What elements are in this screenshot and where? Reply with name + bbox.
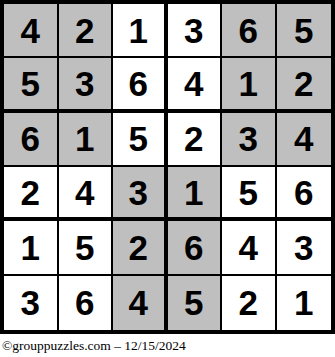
sudoku-cell-r4c2: 4 xyxy=(59,167,114,221)
cell-digit: 6 xyxy=(21,121,40,156)
cell-digit: 4 xyxy=(239,230,258,265)
cell-digit: 2 xyxy=(21,175,40,210)
sudoku-cell-r3c2: 1 xyxy=(59,113,114,167)
sudoku-cell-r2c4: 4 xyxy=(168,58,223,112)
cell-digit: 6 xyxy=(129,66,148,101)
cell-digit: 3 xyxy=(184,13,203,48)
cell-digit: 1 xyxy=(294,285,313,320)
sudoku-cell-r2c6: 2 xyxy=(277,58,332,112)
cell-digit: 4 xyxy=(21,13,40,48)
cell-digit: 5 xyxy=(294,13,313,48)
cell-digit: 6 xyxy=(184,230,203,265)
sudoku-cell-r2c3: 6 xyxy=(113,58,168,112)
sudoku-cell-r3c1: 6 xyxy=(4,113,59,167)
cell-digit: 5 xyxy=(239,175,258,210)
cell-digit: 1 xyxy=(129,13,148,48)
cell-digit: 4 xyxy=(184,66,203,101)
cell-digit: 2 xyxy=(129,230,148,265)
sudoku-board: 421365536412615234243156152643364521 xyxy=(0,0,335,334)
cell-digit: 5 xyxy=(21,66,40,101)
sudoku-cell-r2c5: 1 xyxy=(222,58,277,112)
sudoku-cell-r1c3: 1 xyxy=(113,4,168,58)
sudoku-cell-r5c1: 1 xyxy=(4,221,59,275)
sudoku-cell-r3c5: 3 xyxy=(222,113,277,167)
copyright-credit: ©grouppuzzles.com – 12/15/2024 xyxy=(2,338,186,354)
sudoku-cell-r4c1: 2 xyxy=(4,167,59,221)
sudoku-cell-r5c5: 4 xyxy=(222,221,277,275)
sudoku-cell-r4c3: 3 xyxy=(113,167,168,221)
cell-digit: 1 xyxy=(21,230,40,265)
sudoku-cell-r6c2: 6 xyxy=(59,276,114,330)
sudoku-cell-r4c6: 6 xyxy=(277,167,332,221)
cell-digit: 4 xyxy=(75,175,94,210)
cell-digit: 5 xyxy=(129,121,148,156)
sudoku-cell-r1c5: 6 xyxy=(222,4,277,58)
sudoku-cell-r5c4: 6 xyxy=(168,221,223,275)
sudoku-cell-r3c4: 2 xyxy=(168,113,223,167)
cell-digit: 3 xyxy=(239,121,258,156)
sudoku-cell-r4c4: 1 xyxy=(168,167,223,221)
cell-digit: 3 xyxy=(75,66,94,101)
cell-digit: 2 xyxy=(294,66,313,101)
cell-digit: 3 xyxy=(129,175,148,210)
cell-digit: 6 xyxy=(294,175,313,210)
sudoku-cell-r5c6: 3 xyxy=(277,221,332,275)
sudoku-cell-r1c6: 5 xyxy=(277,4,332,58)
cell-digit: 3 xyxy=(21,285,40,320)
sudoku-cell-r6c4: 5 xyxy=(168,276,223,330)
cell-digit: 2 xyxy=(184,121,203,156)
cell-digit: 2 xyxy=(75,13,94,48)
cell-digit: 6 xyxy=(75,285,94,320)
sudoku-cell-r1c4: 3 xyxy=(168,4,223,58)
cell-digit: 3 xyxy=(294,230,313,265)
sudoku-cell-r2c2: 3 xyxy=(59,58,114,112)
cell-digit: 5 xyxy=(184,285,203,320)
cell-digit: 4 xyxy=(129,285,148,320)
sudoku-cell-r6c5: 2 xyxy=(222,276,277,330)
sudoku-cell-r6c3: 4 xyxy=(113,276,168,330)
sudoku-cell-r5c2: 5 xyxy=(59,221,114,275)
sudoku-cell-r3c3: 5 xyxy=(113,113,168,167)
cell-digit: 1 xyxy=(184,175,203,210)
sudoku-cell-r2c1: 5 xyxy=(4,58,59,112)
sudoku-cell-r4c5: 5 xyxy=(222,167,277,221)
cell-digit: 6 xyxy=(239,13,258,48)
sudoku-cell-r6c1: 3 xyxy=(4,276,59,330)
sudoku-cell-r1c1: 4 xyxy=(4,4,59,58)
sudoku-cell-r3c6: 4 xyxy=(277,113,332,167)
cell-digit: 2 xyxy=(239,285,258,320)
sudoku-cell-r5c3: 2 xyxy=(113,221,168,275)
sudoku-cell-r1c2: 2 xyxy=(59,4,114,58)
sudoku-cell-r6c6: 1 xyxy=(277,276,332,330)
cell-digit: 5 xyxy=(75,230,94,265)
cell-digit: 1 xyxy=(75,121,94,156)
cell-digit: 4 xyxy=(294,121,313,156)
cell-digit: 1 xyxy=(239,66,258,101)
